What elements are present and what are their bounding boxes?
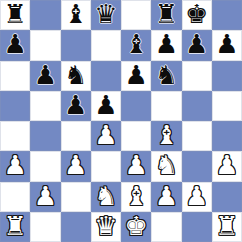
square-e4[interactable] <box>121 121 151 151</box>
square-e2[interactable]: ♝ <box>121 182 151 212</box>
square-c8[interactable]: ♝ <box>61 0 91 30</box>
square-d3[interactable] <box>91 151 121 181</box>
piece-white-pawn[interactable]: ♟ <box>185 183 208 209</box>
piece-white-knight[interactable]: ♞ <box>94 183 117 209</box>
piece-black-pawn[interactable]: ♟ <box>124 62 147 88</box>
square-a4[interactable] <box>0 121 30 151</box>
square-g1[interactable] <box>182 212 212 242</box>
square-d5[interactable]: ♟ <box>91 91 121 121</box>
square-d7[interactable] <box>91 30 121 60</box>
square-a1[interactable]: ♜ <box>0 212 30 242</box>
square-h3[interactable]: ♟ <box>212 151 242 181</box>
piece-white-rook[interactable]: ♜ <box>3 213 26 239</box>
square-g4[interactable] <box>182 121 212 151</box>
piece-white-pawn[interactable]: ♟ <box>215 152 238 178</box>
piece-black-pawn[interactable]: ♟ <box>94 92 117 118</box>
square-c5[interactable]: ♟ <box>61 91 91 121</box>
square-f8[interactable]: ♜ <box>151 0 181 30</box>
square-b4[interactable] <box>30 121 60 151</box>
square-d6[interactable] <box>91 61 121 91</box>
square-g2[interactable]: ♟ <box>182 182 212 212</box>
square-g8[interactable]: ♚ <box>182 0 212 30</box>
piece-white-pawn[interactable]: ♟ <box>124 152 147 178</box>
square-h7[interactable]: ♟ <box>212 30 242 60</box>
square-h4[interactable] <box>212 121 242 151</box>
square-a2[interactable] <box>0 182 30 212</box>
square-d8[interactable]: ♛ <box>91 0 121 30</box>
piece-white-pawn[interactable]: ♟ <box>155 183 178 209</box>
square-b7[interactable] <box>30 30 60 60</box>
square-h6[interactable] <box>212 61 242 91</box>
square-e3[interactable]: ♟ <box>121 151 151 181</box>
piece-white-bishop[interactable]: ♝ <box>155 122 178 148</box>
square-f2[interactable]: ♟ <box>151 182 181 212</box>
square-g7[interactable]: ♟ <box>182 30 212 60</box>
piece-white-bishop[interactable]: ♝ <box>124 183 147 209</box>
piece-black-rook[interactable]: ♜ <box>3 1 26 27</box>
square-c7[interactable] <box>61 30 91 60</box>
square-e8[interactable] <box>121 0 151 30</box>
square-e6[interactable]: ♟ <box>121 61 151 91</box>
square-d1[interactable]: ♛ <box>91 212 121 242</box>
square-b1[interactable] <box>30 212 60 242</box>
piece-white-pawn[interactable]: ♟ <box>34 183 57 209</box>
piece-black-pawn[interactable]: ♟ <box>3 31 26 57</box>
square-a6[interactable] <box>0 61 30 91</box>
piece-black-knight[interactable]: ♞ <box>64 62 87 88</box>
square-b3[interactable] <box>30 151 60 181</box>
square-a5[interactable] <box>0 91 30 121</box>
square-c6[interactable]: ♞ <box>61 61 91 91</box>
square-c1[interactable] <box>61 212 91 242</box>
square-g6[interactable] <box>182 61 212 91</box>
square-c3[interactable]: ♟ <box>61 151 91 181</box>
piece-black-knight[interactable]: ♞ <box>155 62 178 88</box>
square-e7[interactable]: ♝ <box>121 30 151 60</box>
square-b2[interactable]: ♟ <box>30 182 60 212</box>
piece-black-bishop[interactable]: ♝ <box>124 31 147 57</box>
square-a7[interactable]: ♟ <box>0 30 30 60</box>
piece-white-king[interactable]: ♚ <box>124 213 147 239</box>
square-f4[interactable]: ♝ <box>151 121 181 151</box>
square-e5[interactable] <box>121 91 151 121</box>
piece-white-pawn[interactable]: ♟ <box>94 122 117 148</box>
square-h5[interactable] <box>212 91 242 121</box>
square-h1[interactable]: ♜ <box>212 212 242 242</box>
piece-black-pawn[interactable]: ♟ <box>34 62 57 88</box>
piece-white-pawn[interactable]: ♟ <box>64 152 87 178</box>
square-c4[interactable] <box>61 121 91 151</box>
square-f5[interactable] <box>151 91 181 121</box>
piece-black-queen[interactable]: ♛ <box>94 1 117 27</box>
square-g3[interactable] <box>182 151 212 181</box>
square-b6[interactable]: ♟ <box>30 61 60 91</box>
piece-black-pawn[interactable]: ♟ <box>64 92 87 118</box>
piece-white-knight[interactable]: ♞ <box>155 152 178 178</box>
square-h2[interactable] <box>212 182 242 212</box>
piece-black-pawn[interactable]: ♟ <box>185 31 208 57</box>
square-g5[interactable] <box>182 91 212 121</box>
piece-white-pawn[interactable]: ♟ <box>3 152 26 178</box>
square-f7[interactable]: ♟ <box>151 30 181 60</box>
square-h8[interactable] <box>212 0 242 30</box>
square-c2[interactable] <box>61 182 91 212</box>
square-b5[interactable] <box>30 91 60 121</box>
square-d2[interactable]: ♞ <box>91 182 121 212</box>
square-a3[interactable]: ♟ <box>0 151 30 181</box>
square-f1[interactable] <box>151 212 181 242</box>
square-b8[interactable] <box>30 0 60 30</box>
square-a8[interactable]: ♜ <box>0 0 30 30</box>
piece-black-pawn[interactable]: ♟ <box>155 31 178 57</box>
square-f3[interactable]: ♞ <box>151 151 181 181</box>
chess-board: ♜♝♛♜♚♟♝♟♟♟♟♞♟♞♟♟♟♝♟♟♟♞♟♟♞♝♟♟♜♛♚♜ <box>0 0 242 242</box>
piece-black-king[interactable]: ♚ <box>185 1 208 27</box>
piece-black-pawn[interactable]: ♟ <box>215 31 238 57</box>
piece-white-rook[interactable]: ♜ <box>215 213 238 239</box>
square-e1[interactable]: ♚ <box>121 212 151 242</box>
piece-white-queen[interactable]: ♛ <box>94 213 117 239</box>
piece-black-bishop[interactable]: ♝ <box>64 1 87 27</box>
square-f6[interactable]: ♞ <box>151 61 181 91</box>
piece-black-rook[interactable]: ♜ <box>155 1 178 27</box>
square-d4[interactable]: ♟ <box>91 121 121 151</box>
